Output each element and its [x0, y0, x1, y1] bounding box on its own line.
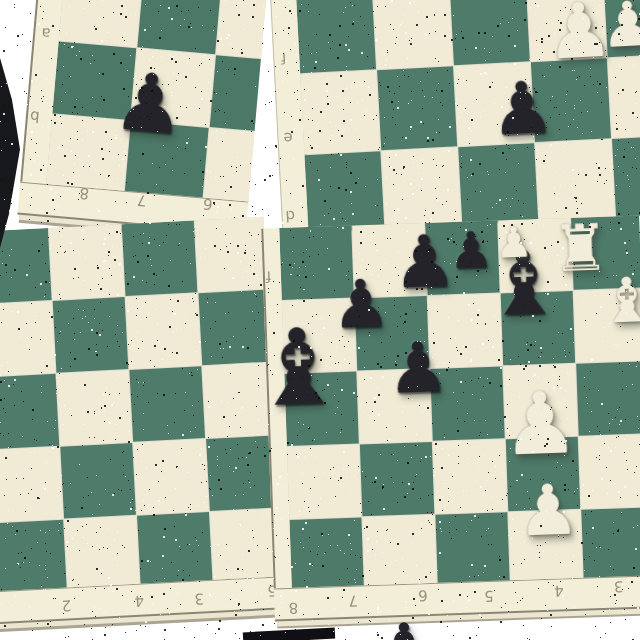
board-square: [576, 361, 640, 435]
board-square: [216, 0, 267, 61]
board-square: [612, 135, 640, 219]
board-square: [581, 507, 640, 581]
board-square: [137, 0, 221, 54]
board-square: [377, 66, 457, 150]
white-pawn-icon: ♟: [500, 379, 580, 468]
board-photo-top-left: ab876♟: [18, 0, 267, 230]
coordinate-label: 5: [484, 588, 494, 603]
board-square: [0, 228, 52, 304]
coordinate-label: b: [29, 108, 40, 124]
white-pawn-icon: ♟: [516, 474, 581, 546]
board-square: [435, 512, 509, 586]
coordinate-label: 8: [79, 185, 90, 201]
board-square: [579, 434, 640, 508]
coordinate-label: a: [41, 25, 51, 41]
board-square: [129, 366, 205, 442]
photo-collage-canvas: fed♟♟♟ ab876♟ 2435 f876543♝♟♟♟♝♟♜♝♟♟♟ ♟: [0, 0, 640, 640]
coordinate-label: 4: [554, 582, 564, 597]
white-pawn-icon: ♟: [599, 0, 640, 57]
board-square: [56, 370, 132, 446]
board-square: [373, 0, 453, 69]
coordinate-label: 8: [288, 600, 298, 615]
board-square: [133, 439, 209, 515]
board-square: [289, 517, 363, 587]
board-square: [59, 0, 143, 47]
white-pawn-icon: ♟: [494, 221, 533, 264]
board-square: [360, 442, 434, 516]
coordinate-label: 7: [136, 192, 147, 208]
black-pawn-icon: ♟: [488, 71, 556, 146]
coordinate-label: 2: [61, 597, 71, 612]
board-square: [126, 293, 202, 369]
board-square: [296, 0, 376, 73]
coordinate-label: 7: [348, 593, 358, 608]
board-square: [49, 224, 125, 300]
board-square: [0, 520, 67, 592]
board-square: [458, 143, 538, 227]
coordinate-label: 4: [134, 593, 144, 608]
board-square: [195, 217, 271, 293]
black-pawn-icon: ♟: [386, 332, 451, 404]
board-square: [304, 151, 384, 233]
black-pawn-icon: ♟: [110, 61, 188, 147]
coordinate-label: 6: [202, 196, 213, 212]
board-photo-bottom-right: f876543♝♟♟♟♝♟♜♝♟♟♟: [261, 216, 640, 621]
board-square: [137, 512, 213, 588]
board-square: [210, 55, 267, 134]
dark-strip: [243, 628, 335, 640]
board-square: [0, 301, 55, 377]
board-square: [433, 439, 507, 513]
black-pawn-icon: ♟: [375, 615, 432, 640]
board-photo-top-right: fed♟♟♟: [270, 0, 640, 234]
white-bishop-icon: ♝: [598, 269, 640, 333]
coordinate-label: 3: [194, 590, 204, 605]
board-square: [287, 444, 361, 518]
board-square: [60, 443, 136, 519]
coordinate-label: f: [266, 268, 272, 283]
board-square: [0, 447, 63, 523]
coordinate-label: f: [281, 50, 287, 65]
black-pawn-icon: ♟: [330, 271, 391, 339]
board-square: [300, 70, 380, 154]
coordinate-label: d: [285, 208, 295, 223]
board-square: [64, 516, 140, 591]
board-square: [53, 297, 129, 373]
board-photo-bottom-left: 2435: [0, 217, 284, 624]
board-square: [122, 220, 198, 296]
board-square: [450, 0, 530, 65]
coordinate-label: 3: [614, 578, 624, 593]
board-square: [0, 374, 59, 450]
coordinate-label: e: [283, 130, 293, 145]
chessboard-grid: [0, 217, 282, 592]
coordinate-label: 6: [418, 587, 428, 602]
dark-wedge: [0, 58, 20, 248]
board-square: [362, 515, 436, 588]
board-square: [203, 128, 267, 202]
